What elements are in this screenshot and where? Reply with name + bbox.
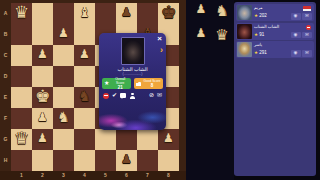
square-B1[interactable] <box>11 24 32 45</box>
chat-icon[interactable] <box>120 93 126 98</box>
good-score-value: 8 <box>143 83 161 88</box>
country-flag-icon <box>303 6 311 11</box>
rank-label-E: E <box>0 87 11 108</box>
square-F4[interactable] <box>74 108 95 129</box>
star-icon: ★ <box>254 13 258 18</box>
square-A3[interactable] <box>53 3 74 24</box>
block-icon[interactable] <box>103 93 109 99</box>
app-screen: ♛♝♟♚♟♝♟♟♚♞♟♞♛♟♟♟ ABCDEFGH12345678 ♟♞♟♛ ×… <box>0 0 320 180</box>
avatar <box>237 5 252 20</box>
star-count: 202 <box>259 13 267 18</box>
status-button[interactable]: ◉ <box>291 13 301 20</box>
blocked-icon <box>306 25 312 31</box>
black-knight-E4[interactable]: ♞ <box>74 86 95 107</box>
rank-label-H: H <box>0 150 11 171</box>
overall-score-label: Overall Score <box>111 77 129 85</box>
black-king-A8[interactable]: ♚ <box>158 2 179 23</box>
player-row[interactable]: مريم ★ 202 ◉ ✉ <box>236 4 314 21</box>
file-label-2: 2 <box>32 171 53 180</box>
square-G5[interactable] <box>95 129 116 150</box>
overall-score-value: 21 <box>111 85 129 90</box>
star-icon: ★ <box>254 32 258 37</box>
file-label-4: 4 <box>74 171 95 180</box>
player-profile-popup: × › الشاب الشناب (..................) ★ … <box>99 33 166 130</box>
player-name: مريم <box>254 5 298 11</box>
player-stars: ★ 291 <box>254 50 267 56</box>
rank-label-D: D <box>0 66 11 87</box>
captured-white-pawn: ♟ <box>190 26 212 40</box>
message-button[interactable]: ✉ <box>302 13 312 20</box>
star-count: 91 <box>259 32 264 37</box>
file-label-5: 5 <box>95 171 116 180</box>
status-button[interactable]: ◉ <box>291 32 301 39</box>
file-label-3: 3 <box>53 171 74 180</box>
white-pawn-G8[interactable]: ♟ <box>158 128 179 149</box>
white-king-E2[interactable]: ♚ <box>32 86 53 107</box>
avatar <box>121 37 145 65</box>
status-button[interactable]: ◉ <box>291 50 301 57</box>
players-sidebar: مريم ★ 202 ◉ ✉ الشاب الشناب ★ 91 ◉ ✉ <box>234 2 316 176</box>
square-B4[interactable] <box>74 24 95 45</box>
rank-label-F: F <box>0 108 11 129</box>
square-B2[interactable] <box>32 24 53 45</box>
star-count: 291 <box>259 50 267 55</box>
avatar <box>237 42 252 57</box>
no-entry-icon[interactable]: ⊘ <box>149 92 154 99</box>
square-H2[interactable] <box>32 150 53 171</box>
rank-label-G: G <box>0 129 11 150</box>
thumbs-up-icon <box>136 81 141 86</box>
file-label-6: 6 <box>116 171 137 180</box>
square-H1[interactable] <box>11 150 32 171</box>
black-pawn-H6[interactable]: ♟ <box>116 149 137 170</box>
rank-label-C: C <box>0 45 11 66</box>
rank-label-A: A <box>0 3 11 24</box>
white-bishop-A4[interactable]: ♝ <box>74 2 95 23</box>
player-stars: ★ 91 <box>254 32 264 38</box>
square-H3[interactable] <box>53 150 74 171</box>
square-E3[interactable] <box>53 87 74 108</box>
white-pawn-C2[interactable]: ♟ <box>32 44 53 65</box>
black-pawn-A6[interactable]: ♟ <box>116 2 137 23</box>
score-chips: ★ Overall Score 21 Good Score 8 <box>102 78 163 89</box>
square-D3[interactable] <box>53 66 74 87</box>
chevron-right-icon[interactable]: › <box>160 46 163 55</box>
square-A7[interactable] <box>137 3 158 24</box>
message-button[interactable]: ✉ <box>302 32 312 39</box>
profile-icon[interactable] <box>129 93 135 99</box>
square-G4[interactable] <box>74 129 95 150</box>
square-C1[interactable] <box>11 45 32 66</box>
player-name: الشاب الشناب <box>254 24 298 30</box>
rank-label-B: B <box>0 24 11 45</box>
message-button[interactable]: ✉ <box>302 50 312 57</box>
white-queen-A1[interactable]: ♛ <box>11 2 32 23</box>
popup-action-row: ✔ ⊘ ✉ <box>103 92 162 99</box>
captured-pieces-tray: ♟♞♟♛ <box>186 0 234 180</box>
square-A2[interactable] <box>32 3 53 24</box>
square-G6[interactable] <box>116 129 137 150</box>
white-pawn-G2[interactable]: ♟ <box>32 128 53 149</box>
overall-score-chip: ★ Overall Score 21 <box>102 78 131 89</box>
square-H5[interactable] <box>95 150 116 171</box>
file-label-1: 1 <box>11 171 32 180</box>
white-pawn-B3[interactable]: ♟ <box>53 23 74 44</box>
square-E1[interactable] <box>11 87 32 108</box>
square-D1[interactable] <box>11 66 32 87</box>
captured-white-knight: ♞ <box>211 2 233 20</box>
close-icon[interactable]: × <box>157 35 162 43</box>
file-label-8: 8 <box>158 171 179 180</box>
good-score-chip: Good Score 8 <box>134 78 163 89</box>
star-icon: ★ <box>104 78 109 89</box>
avatar <box>237 24 252 39</box>
square-H8[interactable] <box>158 150 179 171</box>
white-knight-F3[interactable]: ♞ <box>53 107 74 128</box>
captured-white-pawn: ♟ <box>190 2 212 16</box>
file-label-7: 7 <box>137 171 158 180</box>
square-D2[interactable] <box>32 66 53 87</box>
mail-icon[interactable]: ✉ <box>157 92 162 99</box>
square-D4[interactable] <box>74 66 95 87</box>
square-G3[interactable] <box>53 129 74 150</box>
square-H7[interactable] <box>137 150 158 171</box>
square-A5[interactable] <box>95 3 116 24</box>
player-stars: ★ 202 <box>254 13 267 19</box>
check-icon[interactable]: ✔ <box>112 92 117 99</box>
square-C3[interactable] <box>53 45 74 66</box>
square-F1[interactable] <box>11 108 32 129</box>
square-G7[interactable] <box>137 129 158 150</box>
player-subtitle: (..................) <box>99 72 166 76</box>
star-icon: ★ <box>254 50 258 55</box>
white-queen-G1[interactable]: ♛ <box>11 128 32 149</box>
player-name: ياسر <box>254 42 298 48</box>
white-pawn-F2[interactable]: ♟ <box>32 107 53 128</box>
player-row[interactable]: الشاب الشناب ★ 91 ◉ ✉ <box>236 23 314 40</box>
player-row[interactable]: ياسر ★ 291 ◉ ✉ <box>236 41 314 58</box>
white-pawn-C4[interactable]: ♟ <box>74 44 95 65</box>
captured-white-queen: ♛ <box>211 26 233 44</box>
square-H4[interactable] <box>74 150 95 171</box>
